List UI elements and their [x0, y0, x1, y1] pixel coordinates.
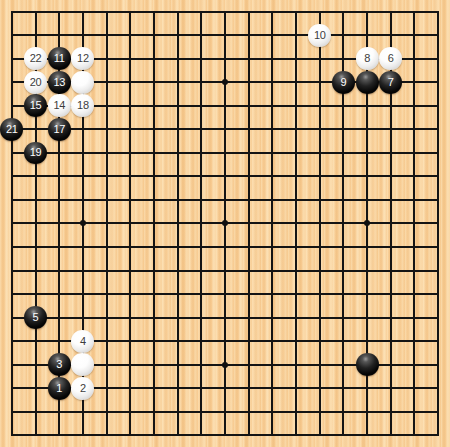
white-stone[interactable]: [71, 71, 94, 94]
board-intersection[interactable]: [142, 282, 166, 306]
board-intersection[interactable]: [118, 0, 142, 24]
board-intersection[interactable]: [47, 212, 71, 236]
board-intersection[interactable]: [355, 235, 379, 259]
board-intersection[interactable]: [0, 71, 24, 95]
board-intersection[interactable]: [237, 353, 261, 377]
board-intersection[interactable]: [332, 376, 356, 400]
board-intersection[interactable]: [237, 423, 261, 447]
board-intersection[interactable]: [0, 47, 24, 71]
board-intersection[interactable]: [213, 329, 237, 353]
board-intersection[interactable]: [426, 306, 450, 330]
board-intersection[interactable]: [118, 47, 142, 71]
board-intersection[interactable]: [332, 94, 356, 118]
board-intersection[interactable]: [426, 329, 450, 353]
board-intersection[interactable]: 8: [355, 47, 379, 71]
board-intersection[interactable]: [189, 376, 213, 400]
white-stone[interactable]: 18: [71, 94, 94, 117]
board-intersection[interactable]: [284, 329, 308, 353]
board-intersection[interactable]: [355, 165, 379, 189]
board-intersection[interactable]: [95, 24, 119, 48]
board-intersection[interactable]: [24, 235, 48, 259]
board-intersection[interactable]: [426, 212, 450, 236]
board-intersection[interactable]: 4: [71, 329, 95, 353]
board-intersection[interactable]: [118, 400, 142, 424]
board-intersection[interactable]: [379, 282, 403, 306]
board-intersection[interactable]: [213, 235, 237, 259]
board-intersection[interactable]: [403, 47, 427, 71]
board-intersection[interactable]: 11: [47, 47, 71, 71]
board-intersection[interactable]: [403, 259, 427, 283]
board-intersection[interactable]: [95, 118, 119, 142]
board-intersection[interactable]: [166, 306, 190, 330]
board-intersection[interactable]: [355, 118, 379, 142]
board-intersection[interactable]: [355, 400, 379, 424]
board-intersection[interactable]: [118, 94, 142, 118]
board-intersection[interactable]: 12: [71, 47, 95, 71]
board-intersection[interactable]: [47, 235, 71, 259]
board-intersection[interactable]: [24, 282, 48, 306]
black-stone[interactable]: 3: [48, 353, 71, 376]
board-intersection[interactable]: [0, 165, 24, 189]
board-intersection[interactable]: [166, 423, 190, 447]
board-intersection[interactable]: [118, 329, 142, 353]
board-intersection[interactable]: [118, 282, 142, 306]
board-intersection[interactable]: [426, 235, 450, 259]
board-intersection[interactable]: [355, 282, 379, 306]
board-intersection[interactable]: [284, 282, 308, 306]
board-intersection[interactable]: [118, 165, 142, 189]
board-intersection[interactable]: [403, 353, 427, 377]
board-intersection[interactable]: [426, 47, 450, 71]
board-intersection[interactable]: [95, 212, 119, 236]
board-intersection[interactable]: [95, 141, 119, 165]
white-stone[interactable]: 10: [308, 24, 331, 47]
board-intersection[interactable]: [0, 353, 24, 377]
board-intersection[interactable]: [332, 47, 356, 71]
board-intersection[interactable]: [261, 259, 285, 283]
board-intersection[interactable]: 20: [24, 71, 48, 95]
board-intersection[interactable]: [284, 306, 308, 330]
board-intersection[interactable]: [0, 141, 24, 165]
board-intersection[interactable]: [308, 353, 332, 377]
board-intersection[interactable]: [47, 423, 71, 447]
board-intersection[interactable]: [189, 235, 213, 259]
board-intersection[interactable]: [332, 235, 356, 259]
board-intersection[interactable]: [237, 71, 261, 95]
board-intersection[interactable]: [47, 188, 71, 212]
board-intersection[interactable]: [379, 212, 403, 236]
board-intersection[interactable]: [355, 329, 379, 353]
board-intersection[interactable]: [213, 118, 237, 142]
board-intersection[interactable]: [24, 259, 48, 283]
board-intersection[interactable]: [261, 118, 285, 142]
board-intersection[interactable]: [0, 94, 24, 118]
board-intersection[interactable]: [332, 353, 356, 377]
board-intersection[interactable]: [284, 118, 308, 142]
board-intersection[interactable]: [118, 353, 142, 377]
board-intersection[interactable]: [403, 141, 427, 165]
board-intersection[interactable]: [284, 212, 308, 236]
board-intersection[interactable]: [0, 188, 24, 212]
board-intersection[interactable]: [118, 188, 142, 212]
board-intersection[interactable]: [71, 71, 95, 95]
board-intersection[interactable]: [213, 376, 237, 400]
board-intersection[interactable]: 7: [379, 71, 403, 95]
board-intersection[interactable]: [261, 94, 285, 118]
board-intersection[interactable]: [261, 71, 285, 95]
board-intersection[interactable]: [308, 141, 332, 165]
board-intersection[interactable]: 3: [47, 353, 71, 377]
board-intersection[interactable]: [284, 353, 308, 377]
board-intersection[interactable]: [0, 235, 24, 259]
board-intersection[interactable]: [403, 306, 427, 330]
board-intersection[interactable]: [118, 376, 142, 400]
board-intersection[interactable]: [213, 94, 237, 118]
black-stone[interactable]: 19: [24, 142, 47, 165]
board-intersection[interactable]: [332, 24, 356, 48]
board-intersection[interactable]: [308, 282, 332, 306]
board-intersection[interactable]: [142, 71, 166, 95]
board-intersection[interactable]: [142, 259, 166, 283]
board-intersection[interactable]: [118, 423, 142, 447]
board-intersection[interactable]: [261, 353, 285, 377]
board-intersection[interactable]: [213, 400, 237, 424]
board-intersection[interactable]: [355, 306, 379, 330]
board-intersection[interactable]: [0, 376, 24, 400]
board-intersection[interactable]: [95, 353, 119, 377]
board-intersection[interactable]: [426, 282, 450, 306]
board-intersection[interactable]: [213, 165, 237, 189]
board-intersection[interactable]: [379, 423, 403, 447]
board-intersection[interactable]: [237, 282, 261, 306]
board-intersection[interactable]: [403, 71, 427, 95]
board-intersection[interactable]: [118, 118, 142, 142]
board-intersection[interactable]: [261, 188, 285, 212]
board-intersection[interactable]: [47, 0, 71, 24]
board-intersection[interactable]: [189, 353, 213, 377]
board-intersection[interactable]: [95, 423, 119, 447]
board-intersection[interactable]: [71, 423, 95, 447]
board-intersection[interactable]: 10: [308, 24, 332, 48]
board-intersection[interactable]: [24, 400, 48, 424]
board-intersection[interactable]: [213, 0, 237, 24]
board-intersection[interactable]: [189, 329, 213, 353]
board-intersection[interactable]: [213, 141, 237, 165]
board-intersection[interactable]: [71, 0, 95, 24]
board-intersection[interactable]: [189, 47, 213, 71]
board-intersection[interactable]: [237, 118, 261, 142]
board-intersection[interactable]: [47, 259, 71, 283]
white-stone[interactable]: 4: [71, 330, 94, 353]
board-intersection[interactable]: [142, 235, 166, 259]
board-intersection[interactable]: 21: [0, 118, 24, 142]
board-intersection[interactable]: [237, 400, 261, 424]
board-intersection[interactable]: [332, 212, 356, 236]
board-intersection[interactable]: [284, 400, 308, 424]
board-intersection[interactable]: [142, 376, 166, 400]
board-intersection[interactable]: [403, 212, 427, 236]
board-intersection[interactable]: [24, 24, 48, 48]
board-intersection[interactable]: [0, 400, 24, 424]
board-intersection[interactable]: [284, 94, 308, 118]
board-intersection[interactable]: [426, 353, 450, 377]
board-intersection[interactable]: [237, 188, 261, 212]
board-intersection[interactable]: [142, 0, 166, 24]
white-stone[interactable]: 12: [71, 47, 94, 70]
board-intersection[interactable]: [142, 94, 166, 118]
board-intersection[interactable]: [308, 71, 332, 95]
board-intersection[interactable]: [332, 118, 356, 142]
board-intersection[interactable]: [332, 400, 356, 424]
board-intersection[interactable]: [332, 306, 356, 330]
board-intersection[interactable]: [332, 165, 356, 189]
board-intersection[interactable]: [355, 188, 379, 212]
board-intersection[interactable]: [308, 47, 332, 71]
board-intersection[interactable]: [213, 259, 237, 283]
board-intersection[interactable]: [403, 329, 427, 353]
board-intersection[interactable]: [166, 353, 190, 377]
board-intersection[interactable]: [403, 235, 427, 259]
board-intersection[interactable]: [284, 423, 308, 447]
board-intersection[interactable]: [403, 94, 427, 118]
board-intersection[interactable]: [24, 165, 48, 189]
board-intersection[interactable]: [47, 329, 71, 353]
board-intersection[interactable]: 2: [71, 376, 95, 400]
board-intersection[interactable]: [71, 212, 95, 236]
board-intersection[interactable]: [284, 0, 308, 24]
board-intersection[interactable]: [71, 118, 95, 142]
board-intersection[interactable]: [189, 24, 213, 48]
board-intersection[interactable]: [166, 259, 190, 283]
board-intersection[interactable]: [355, 353, 379, 377]
board-intersection[interactable]: [71, 282, 95, 306]
board-intersection[interactable]: [237, 165, 261, 189]
board-intersection[interactable]: [24, 423, 48, 447]
board-intersection[interactable]: [308, 376, 332, 400]
board-intersection[interactable]: [118, 141, 142, 165]
board-intersection[interactable]: [308, 0, 332, 24]
board-intersection[interactable]: 17: [47, 118, 71, 142]
board-intersection[interactable]: [0, 306, 24, 330]
board-intersection[interactable]: 1: [47, 376, 71, 400]
board-intersection[interactable]: [166, 282, 190, 306]
board-intersection[interactable]: [355, 376, 379, 400]
board-intersection[interactable]: [71, 306, 95, 330]
board-intersection[interactable]: [118, 259, 142, 283]
board-intersection[interactable]: [189, 165, 213, 189]
board-intersection[interactable]: [237, 0, 261, 24]
board-intersection[interactable]: [403, 282, 427, 306]
board-intersection[interactable]: [95, 259, 119, 283]
board-intersection[interactable]: [213, 306, 237, 330]
board-intersection[interactable]: [284, 376, 308, 400]
board-intersection[interactable]: [379, 94, 403, 118]
board-intersection[interactable]: [95, 165, 119, 189]
board-intersection[interactable]: [189, 306, 213, 330]
board-intersection[interactable]: [426, 165, 450, 189]
board-intersection[interactable]: [213, 282, 237, 306]
board-intersection[interactable]: 19: [24, 141, 48, 165]
board-intersection[interactable]: [237, 212, 261, 236]
board-intersection[interactable]: [166, 71, 190, 95]
board-intersection[interactable]: [403, 423, 427, 447]
board-intersection[interactable]: [355, 71, 379, 95]
board-intersection[interactable]: [166, 376, 190, 400]
board-intersection[interactable]: [0, 24, 24, 48]
board-intersection[interactable]: [284, 71, 308, 95]
board-intersection[interactable]: [95, 71, 119, 95]
black-stone[interactable]: 11: [48, 47, 71, 70]
board-intersection[interactable]: [95, 188, 119, 212]
board-intersection[interactable]: [284, 47, 308, 71]
board-intersection[interactable]: [189, 259, 213, 283]
board-intersection[interactable]: [95, 94, 119, 118]
board-intersection[interactable]: [189, 94, 213, 118]
board-intersection[interactable]: [142, 188, 166, 212]
board-intersection[interactable]: [308, 118, 332, 142]
board-intersection[interactable]: [284, 141, 308, 165]
board-intersection[interactable]: [379, 165, 403, 189]
board-intersection[interactable]: [261, 0, 285, 24]
board-intersection[interactable]: [261, 423, 285, 447]
board-intersection[interactable]: [213, 71, 237, 95]
board-intersection[interactable]: [24, 353, 48, 377]
board-intersection[interactable]: [118, 306, 142, 330]
board-intersection[interactable]: [118, 71, 142, 95]
board-intersection[interactable]: [261, 329, 285, 353]
board-intersection[interactable]: [379, 24, 403, 48]
board-intersection[interactable]: [332, 259, 356, 283]
board-intersection[interactable]: 22: [24, 47, 48, 71]
board-intersection[interactable]: [0, 259, 24, 283]
board-intersection[interactable]: [0, 212, 24, 236]
board-intersection[interactable]: [379, 353, 403, 377]
board-intersection[interactable]: [426, 71, 450, 95]
board-intersection[interactable]: [213, 423, 237, 447]
board-intersection[interactable]: 5: [24, 306, 48, 330]
board-intersection[interactable]: [95, 282, 119, 306]
board-intersection[interactable]: [308, 188, 332, 212]
board-intersection[interactable]: [403, 188, 427, 212]
board-intersection[interactable]: [308, 212, 332, 236]
board-intersection[interactable]: [189, 71, 213, 95]
board-intersection[interactable]: [118, 212, 142, 236]
board-intersection[interactable]: [47, 141, 71, 165]
board-intersection[interactable]: [284, 235, 308, 259]
board-intersection[interactable]: [189, 141, 213, 165]
board-intersection[interactable]: [403, 24, 427, 48]
black-stone[interactable]: [356, 353, 379, 376]
board-intersection[interactable]: [261, 24, 285, 48]
board-intersection[interactable]: [403, 0, 427, 24]
black-stone[interactable]: 17: [48, 118, 71, 141]
board-intersection[interactable]: [237, 94, 261, 118]
black-stone[interactable]: [356, 71, 379, 94]
board-intersection[interactable]: [308, 165, 332, 189]
board-intersection[interactable]: [213, 24, 237, 48]
board-intersection[interactable]: [166, 141, 190, 165]
board-intersection[interactable]: [118, 235, 142, 259]
board-intersection[interactable]: [71, 400, 95, 424]
white-stone[interactable]: 20: [24, 71, 47, 94]
board-intersection[interactable]: [24, 376, 48, 400]
board-intersection[interactable]: [166, 400, 190, 424]
board-intersection[interactable]: [142, 423, 166, 447]
board-intersection[interactable]: [166, 94, 190, 118]
board-intersection[interactable]: [284, 188, 308, 212]
board-intersection[interactable]: [237, 306, 261, 330]
board-intersection[interactable]: [403, 400, 427, 424]
board-intersection[interactable]: [95, 47, 119, 71]
board-intersection[interactable]: [426, 188, 450, 212]
board-intersection[interactable]: [355, 212, 379, 236]
board-intersection[interactable]: [24, 188, 48, 212]
board-intersection[interactable]: [426, 141, 450, 165]
board-intersection[interactable]: [379, 306, 403, 330]
board-intersection[interactable]: [284, 165, 308, 189]
board-intersection[interactable]: [379, 329, 403, 353]
board-intersection[interactable]: [379, 141, 403, 165]
board-intersection[interactable]: [237, 235, 261, 259]
black-stone[interactable]: 1: [48, 377, 71, 400]
board-intersection[interactable]: [142, 306, 166, 330]
board-intersection[interactable]: [308, 423, 332, 447]
board-intersection[interactable]: [426, 400, 450, 424]
board-intersection[interactable]: [71, 353, 95, 377]
board-intersection[interactable]: [189, 282, 213, 306]
board-intersection[interactable]: [426, 24, 450, 48]
board-intersection[interactable]: [355, 423, 379, 447]
board-intersection[interactable]: [308, 259, 332, 283]
board-intersection[interactable]: [379, 188, 403, 212]
board-intersection[interactable]: [379, 0, 403, 24]
board-intersection[interactable]: [426, 118, 450, 142]
board-intersection[interactable]: [142, 329, 166, 353]
black-stone[interactable]: 7: [379, 71, 402, 94]
board-intersection[interactable]: [237, 47, 261, 71]
board-intersection[interactable]: [47, 24, 71, 48]
board-intersection[interactable]: [355, 0, 379, 24]
board-intersection[interactable]: [403, 118, 427, 142]
board-intersection[interactable]: [403, 376, 427, 400]
board-intersection[interactable]: [166, 118, 190, 142]
board-intersection[interactable]: [95, 306, 119, 330]
board-intersection[interactable]: [47, 306, 71, 330]
board-intersection[interactable]: [308, 329, 332, 353]
board-intersection[interactable]: [332, 0, 356, 24]
board-intersection[interactable]: [308, 306, 332, 330]
board-intersection[interactable]: 6: [379, 47, 403, 71]
board-intersection[interactable]: [189, 0, 213, 24]
white-stone[interactable]: 6: [379, 47, 402, 70]
board-intersection[interactable]: [142, 212, 166, 236]
board-intersection[interactable]: [332, 282, 356, 306]
board-intersection[interactable]: [24, 0, 48, 24]
board-intersection[interactable]: [237, 259, 261, 283]
board-intersection[interactable]: [426, 259, 450, 283]
board-intersection[interactable]: 15: [24, 94, 48, 118]
board-intersection[interactable]: [24, 118, 48, 142]
board-intersection[interactable]: [0, 0, 24, 24]
board-intersection[interactable]: [237, 329, 261, 353]
board-intersection[interactable]: [189, 212, 213, 236]
board-intersection[interactable]: [403, 165, 427, 189]
white-stone[interactable]: 22: [24, 47, 47, 70]
black-stone[interactable]: 13: [48, 71, 71, 94]
board-intersection[interactable]: [71, 259, 95, 283]
board-intersection[interactable]: [213, 188, 237, 212]
white-stone[interactable]: 8: [356, 47, 379, 70]
